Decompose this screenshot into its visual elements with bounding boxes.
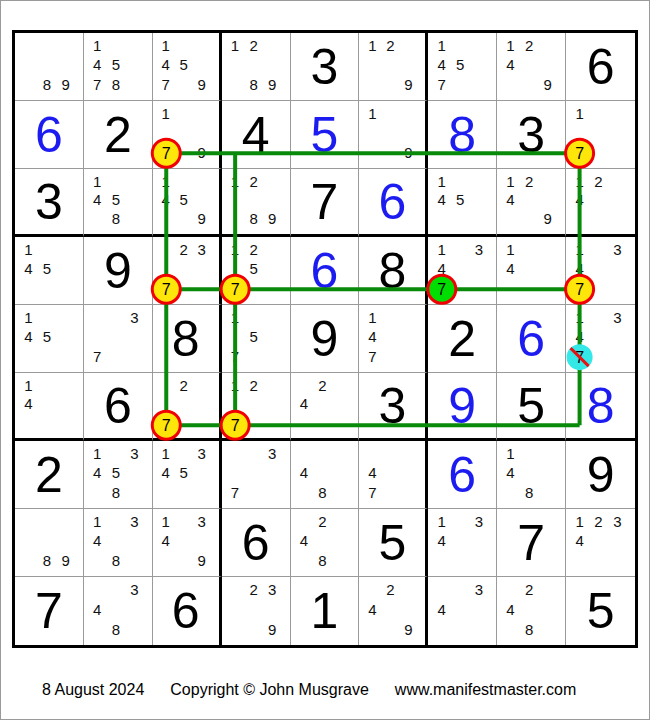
given-digit: 7 [311, 177, 339, 227]
candidate-4: 4 [432, 55, 451, 74]
cell-r3c9[interactable]: 124 [566, 169, 635, 237]
given-digit: 7 [35, 586, 63, 636]
candidate-4: 4 [363, 600, 381, 620]
given-digit: 1 [311, 586, 339, 636]
candidate-2: 2 [313, 376, 332, 395]
candidate-1: 1 [363, 36, 381, 55]
cell-r3c5[interactable]: 7 [291, 169, 360, 237]
candidate-8: 8 [313, 483, 332, 502]
candidate-8: 8 [107, 551, 126, 570]
pencil-marks: 1289 [222, 33, 290, 100]
cell-r7c8[interactable]: 148 [497, 441, 566, 509]
cell-r5c7[interactable]: 2 [428, 305, 497, 373]
candidate-9: 9 [399, 75, 417, 94]
candidate-4: 4 [432, 600, 451, 620]
pencil-marks: 145 [428, 169, 496, 234]
pencil-marks: 157 [222, 305, 290, 372]
candidate-1: 1 [432, 240, 451, 259]
cell-r8c6[interactable]: 5 [359, 509, 428, 577]
cell-r2c1[interactable]: 6 [15, 101, 84, 169]
candidate-7: 7 [88, 347, 107, 366]
candidate-1: 1 [157, 104, 175, 123]
pencil-marks: 148 [497, 441, 565, 508]
candidate-1: 1 [363, 308, 381, 327]
cell-r6c5[interactable]: 24 [291, 373, 360, 441]
cell-r5c2[interactable]: 37 [84, 305, 153, 373]
solved-digit: 8 [448, 110, 476, 160]
candidate-3: 3 [263, 444, 282, 463]
candidate-2: 2 [589, 512, 608, 531]
pencil-marks: 19 [153, 101, 219, 168]
candidate-1: 1 [88, 512, 107, 531]
candidate-8: 8 [244, 75, 263, 94]
cell-r6c4[interactable]: 12 [222, 373, 291, 441]
candidate-4: 4 [570, 531, 589, 550]
pencil-marks: 23 [153, 237, 219, 304]
pencil-marks: 12 [222, 373, 290, 438]
candidate-3: 3 [193, 240, 211, 259]
pencil-marks: 1249 [497, 169, 565, 234]
candidate-5: 5 [38, 327, 57, 346]
candidate-3: 3 [608, 512, 627, 531]
candidate-8: 8 [520, 483, 539, 502]
cell-r2c4[interactable]: 4 [222, 101, 291, 169]
candidate-9: 9 [193, 209, 211, 228]
candidate-3: 3 [608, 240, 627, 259]
candidate-2: 2 [520, 172, 539, 191]
cell-r6c6[interactable]: 3 [359, 373, 428, 441]
candidate-4: 4 [88, 191, 107, 210]
given-digit: 4 [242, 110, 270, 160]
candidate-1: 1 [157, 172, 175, 191]
pencil-marks: 124 [566, 169, 635, 234]
cell-r2c5[interactable]: 5 [291, 101, 360, 169]
candidate-2: 2 [520, 580, 539, 600]
pencil-marks: 24 [291, 373, 359, 438]
candidate-4: 4 [363, 463, 381, 482]
candidate-4: 4 [570, 191, 589, 210]
candidate-1: 1 [226, 172, 245, 191]
cell-r1c5[interactable]: 3 [291, 33, 360, 101]
pencil-marks: 2 [153, 373, 219, 438]
candidate-4: 4 [295, 395, 314, 414]
pencil-marks: 14 [15, 373, 83, 438]
candidate-5: 5 [107, 55, 126, 74]
candidate-9: 9 [538, 75, 557, 94]
cell-r6c8[interactable]: 5 [497, 373, 566, 441]
candidate-7: 7 [226, 483, 245, 502]
candidate-8: 8 [107, 619, 126, 639]
candidate-3: 3 [263, 580, 282, 600]
cell-r9c5[interactable]: 1 [291, 577, 360, 645]
candidate-4: 4 [295, 531, 314, 550]
candidate-4: 4 [501, 600, 520, 620]
given-digit: 9 [104, 246, 132, 296]
cell-r3c6[interactable]: 6 [359, 169, 428, 237]
cell-r6c9[interactable]: 8 [566, 373, 635, 441]
cell-r4c9[interactable]: 134 [566, 237, 635, 305]
candidate-2: 2 [589, 172, 608, 191]
candidate-4: 4 [88, 463, 107, 482]
solved-digit: 8 [587, 381, 615, 431]
pencil-marks: 248 [291, 509, 359, 576]
candidate-9: 9 [399, 619, 417, 639]
candidate-3: 3 [470, 580, 489, 600]
candidate-8: 8 [313, 551, 332, 570]
candidate-9: 9 [193, 75, 211, 94]
cell-r5c5[interactable]: 9 [291, 305, 360, 373]
pencil-marks: 48 [291, 441, 359, 508]
candidate-2: 2 [175, 376, 193, 395]
candidate-7: 7 [363, 347, 381, 366]
solved-digit: 6 [448, 450, 476, 500]
candidate-2: 2 [244, 580, 263, 600]
cell-r1c8[interactable]: 1249 [497, 33, 566, 101]
cell-r1c3[interactable]: 14579 [153, 33, 222, 101]
cell-r4c8[interactable]: 14 [497, 237, 566, 305]
candidate-5: 5 [244, 327, 263, 346]
solved-digit: 5 [311, 110, 339, 160]
cell-r2c3[interactable]: 19 [153, 101, 222, 169]
cell-r9c7[interactable]: 34 [428, 577, 497, 645]
candidate-7: 7 [226, 347, 245, 366]
candidate-8: 8 [107, 483, 126, 502]
candidate-1: 1 [432, 36, 451, 55]
cell-r7c3[interactable]: 1345 [153, 441, 222, 509]
pencil-marks: 37 [222, 441, 290, 508]
cell-r4c3[interactable]: 23 [153, 237, 222, 305]
candidate-4: 4 [501, 191, 520, 210]
cell-r4c2[interactable]: 9 [84, 237, 153, 305]
candidate-9: 9 [263, 75, 282, 94]
pencil-marks: 249 [359, 577, 425, 645]
candidate-7: 7 [88, 75, 107, 94]
candidate-1: 1 [88, 36, 107, 55]
candidate-1: 1 [226, 376, 245, 395]
candidate-4: 4 [88, 531, 107, 550]
cell-r8c5[interactable]: 248 [291, 509, 360, 577]
candidate-3: 3 [470, 512, 489, 531]
pencil-marks: 1457 [428, 33, 496, 100]
cell-r3c3[interactable]: 1459 [153, 169, 222, 237]
candidate-1: 1 [570, 512, 589, 531]
pencil-marks: 239 [222, 577, 290, 645]
candidate-3: 3 [125, 308, 144, 327]
cell-r9c2[interactable]: 348 [84, 577, 153, 645]
cell-r9c3[interactable]: 6 [153, 577, 222, 645]
candidate-1: 1 [226, 36, 245, 55]
candidate-4: 4 [157, 191, 175, 210]
cell-r3c4[interactable]: 1289 [222, 169, 291, 237]
candidate-5: 5 [451, 191, 470, 210]
candidate-4: 4 [432, 259, 451, 278]
candidate-2: 2 [244, 172, 263, 191]
candidate-1: 1 [363, 104, 381, 123]
footer-date: 8 August 2024 [42, 681, 144, 698]
candidate-1: 1 [501, 172, 520, 191]
candidate-2: 2 [381, 580, 399, 600]
cell-r4c7[interactable]: 134 [428, 237, 497, 305]
cell-r7c4[interactable]: 37 [222, 441, 291, 509]
pencil-marks: 348 [84, 577, 152, 645]
given-digit: 8 [172, 314, 200, 364]
cell-r8c8[interactable]: 7 [497, 509, 566, 577]
cell-r1c4[interactable]: 1289 [222, 33, 291, 101]
candidate-2: 2 [244, 36, 263, 55]
cell-r3c8[interactable]: 1249 [497, 169, 566, 237]
cell-r7c5[interactable]: 48 [291, 441, 360, 509]
given-digit: 2 [104, 110, 132, 160]
cell-r4c6[interactable]: 8 [359, 237, 428, 305]
solved-digit: 9 [448, 381, 476, 431]
candidate-4: 4 [363, 327, 381, 346]
candidate-2: 2 [520, 36, 539, 55]
pencil-marks: 19 [359, 101, 425, 168]
cell-r3c2[interactable]: 1458 [84, 169, 153, 237]
candidate-3: 3 [470, 240, 489, 259]
candidate-1: 1 [226, 308, 245, 327]
cell-r9c9[interactable]: 5 [566, 577, 635, 645]
given-digit: 2 [448, 314, 476, 364]
candidate-1: 1 [19, 240, 38, 259]
cell-r4c5[interactable]: 6 [291, 237, 360, 305]
candidate-9: 9 [399, 143, 417, 162]
pencil-marks: 248 [497, 577, 565, 645]
cell-r8c9[interactable]: 1234 [566, 509, 635, 577]
candidate-1: 1 [157, 444, 175, 463]
candidate-7: 7 [432, 75, 451, 94]
candidate-1: 1 [19, 376, 38, 395]
footer-copyright: Copyright © John Musgrave [170, 681, 369, 698]
cell-r7c1[interactable]: 2 [15, 441, 84, 509]
solved-digit: 6 [311, 246, 339, 296]
candidate-8: 8 [107, 209, 126, 228]
candidate-4: 4 [570, 327, 589, 346]
pencil-marks: 145 [15, 305, 83, 372]
pencil-marks: 147 [359, 305, 425, 372]
candidate-1: 1 [88, 444, 107, 463]
cell-r4c4[interactable]: 125 [222, 237, 291, 305]
given-digit: 5 [517, 381, 545, 431]
candidate-4: 4 [157, 463, 175, 482]
pencil-marks: 1348 [84, 509, 152, 576]
cell-r2c9[interactable]: 1 [566, 101, 635, 169]
solved-digit: 6 [378, 177, 406, 227]
cell-r2c6[interactable]: 19 [359, 101, 428, 169]
candidate-5: 5 [107, 191, 126, 210]
cell-r9c6[interactable]: 249 [359, 577, 428, 645]
pencil-marks: 1349 [153, 509, 219, 576]
candidate-4: 4 [432, 191, 451, 210]
pencil-marks: 14579 [153, 33, 219, 100]
cell-r6c7[interactable]: 9 [428, 373, 497, 441]
candidate-1: 1 [501, 36, 520, 55]
cell-r8c4[interactable]: 6 [222, 509, 291, 577]
cell-r3c1[interactable]: 3 [15, 169, 84, 237]
candidate-2: 2 [381, 36, 399, 55]
footer: 8 August 2024Copyright © John Musgraveww… [42, 681, 602, 699]
candidate-3: 3 [125, 444, 144, 463]
candidate-8: 8 [38, 551, 57, 570]
candidate-4: 4 [88, 600, 107, 620]
cell-r7c6[interactable]: 47 [359, 441, 428, 509]
given-digit: 3 [311, 42, 339, 92]
pencil-marks: 14 [497, 237, 565, 304]
pencil-marks: 129 [359, 33, 425, 100]
cell-r8c2[interactable]: 1348 [84, 509, 153, 577]
given-digit: 6 [172, 586, 200, 636]
candidate-9: 9 [263, 209, 282, 228]
cell-r7c2[interactable]: 13458 [84, 441, 153, 509]
candidate-2: 2 [175, 240, 193, 259]
candidate-8: 8 [107, 75, 126, 94]
given-digit: 3 [35, 177, 63, 227]
candidate-3: 3 [125, 580, 144, 600]
cell-r5c6[interactable]: 147 [359, 305, 428, 373]
candidate-5: 5 [107, 463, 126, 482]
candidate-4: 4 [88, 55, 107, 74]
candidate-3: 3 [193, 444, 211, 463]
given-digit: 5 [587, 586, 615, 636]
pencil-marks: 34 [428, 577, 496, 645]
candidate-4: 4 [501, 463, 520, 482]
cell-r2c2[interactable]: 2 [84, 101, 153, 169]
pencil-marks: 13458 [84, 441, 152, 508]
cell-r1c2[interactable]: 14578 [84, 33, 153, 101]
pencil-marks: 14578 [84, 33, 152, 100]
pencil-marks: 134 [566, 305, 635, 372]
candidate-1: 1 [432, 512, 451, 531]
candidate-4: 4 [19, 395, 38, 414]
cell-r5c8[interactable]: 6 [497, 305, 566, 373]
candidate-1: 1 [501, 240, 520, 259]
cell-r3c7[interactable]: 145 [428, 169, 497, 237]
pencil-marks: 134 [566, 237, 635, 304]
given-digit: 3 [517, 110, 545, 160]
cell-r2c8[interactable]: 3 [497, 101, 566, 169]
pencil-marks: 134 [428, 509, 496, 576]
cell-r6c3[interactable]: 2 [153, 373, 222, 441]
cell-r9c4[interactable]: 239 [222, 577, 291, 645]
candidate-7: 7 [157, 75, 175, 94]
given-digit: 6 [587, 42, 615, 92]
given-digit: 7 [517, 518, 545, 568]
given-digit: 6 [242, 518, 270, 568]
cell-r1c7[interactable]: 1457 [428, 33, 497, 101]
cell-r1c9[interactable]: 6 [566, 33, 635, 101]
candidate-4: 4 [295, 463, 314, 482]
candidate-4: 4 [157, 531, 175, 550]
pencil-marks: 1458 [84, 169, 152, 234]
candidate-9: 9 [538, 209, 557, 228]
pencil-marks: 145 [15, 237, 83, 304]
cell-r8c3[interactable]: 1349 [153, 509, 222, 577]
candidate-3: 3 [125, 512, 144, 531]
pencil-marks: 125 [222, 237, 290, 304]
pencil-marks: 1459 [153, 169, 219, 234]
given-digit: 5 [378, 518, 406, 568]
given-digit: 8 [378, 246, 406, 296]
candidate-2: 2 [244, 240, 263, 259]
candidate-5: 5 [175, 463, 193, 482]
pencil-marks: 1345 [153, 441, 219, 508]
candidate-3: 3 [608, 308, 627, 327]
candidate-4: 4 [157, 55, 175, 74]
candidate-5: 5 [38, 259, 57, 278]
pencil-marks: 89 [15, 509, 83, 576]
pencil-marks: 134 [428, 237, 496, 304]
cell-r5c4[interactable]: 157 [222, 305, 291, 373]
candidate-1: 1 [157, 512, 175, 531]
cell-r6c2[interactable]: 6 [84, 373, 153, 441]
candidate-1: 1 [226, 240, 245, 259]
candidate-9: 9 [193, 143, 211, 162]
candidate-9: 9 [56, 551, 75, 570]
cell-r5c9[interactable]: 134 [566, 305, 635, 373]
candidate-2: 2 [313, 512, 332, 531]
given-digit: 9 [587, 450, 615, 500]
pencil-marks: 37 [84, 305, 152, 372]
cell-r7c9[interactable]: 9 [566, 441, 635, 509]
cell-r1c1[interactable]: 89 [15, 33, 84, 101]
candidate-4: 4 [501, 55, 520, 74]
candidate-8: 8 [244, 209, 263, 228]
given-digit: 2 [35, 450, 63, 500]
candidate-5: 5 [175, 55, 193, 74]
pencil-marks: 1249 [497, 33, 565, 100]
sudoku-board: 8914578145791289312914571249662194519831… [12, 30, 638, 648]
candidate-4: 4 [570, 259, 589, 278]
cell-r1c6[interactable]: 129 [359, 33, 428, 101]
candidate-1: 1 [570, 240, 589, 259]
cell-r9c1[interactable]: 7 [15, 577, 84, 645]
cell-r6c1[interactable]: 14 [15, 373, 84, 441]
candidate-8: 8 [38, 75, 57, 94]
candidate-1: 1 [157, 36, 175, 55]
cell-r4c1[interactable]: 145 [15, 237, 84, 305]
candidate-1: 1 [88, 172, 107, 191]
candidate-4: 4 [501, 259, 520, 278]
candidate-3: 3 [193, 512, 211, 531]
candidate-8: 8 [520, 619, 539, 639]
cell-r8c7[interactable]: 134 [428, 509, 497, 577]
pencil-marks: 1289 [222, 169, 290, 234]
pencil-marks: 1 [566, 101, 635, 168]
given-digit: 9 [311, 314, 339, 364]
candidate-1: 1 [501, 444, 520, 463]
cell-r7c7[interactable]: 6 [428, 441, 497, 509]
candidate-5: 5 [175, 191, 193, 210]
pencil-marks: 47 [359, 441, 425, 508]
candidate-5: 5 [451, 55, 470, 74]
candidate-7: 7 [363, 483, 381, 502]
candidate-1: 1 [570, 104, 589, 123]
cell-r5c3[interactable]: 8 [153, 305, 222, 373]
candidate-9: 9 [56, 75, 75, 94]
cell-r2c7[interactable]: 8 [428, 101, 497, 169]
candidate-5: 5 [244, 259, 263, 278]
given-digit: 3 [378, 381, 406, 431]
candidate-1: 1 [570, 172, 589, 191]
footer-website-link[interactable]: www.manifestmaster.com [395, 681, 576, 698]
candidate-2: 2 [244, 376, 263, 395]
cell-r8c1[interactable]: 89 [15, 509, 84, 577]
cell-r9c8[interactable]: 248 [497, 577, 566, 645]
candidate-1: 1 [432, 172, 451, 191]
candidate-4: 4 [432, 531, 451, 550]
candidate-1: 1 [19, 308, 38, 327]
cell-r5c1[interactable]: 145 [15, 305, 84, 373]
